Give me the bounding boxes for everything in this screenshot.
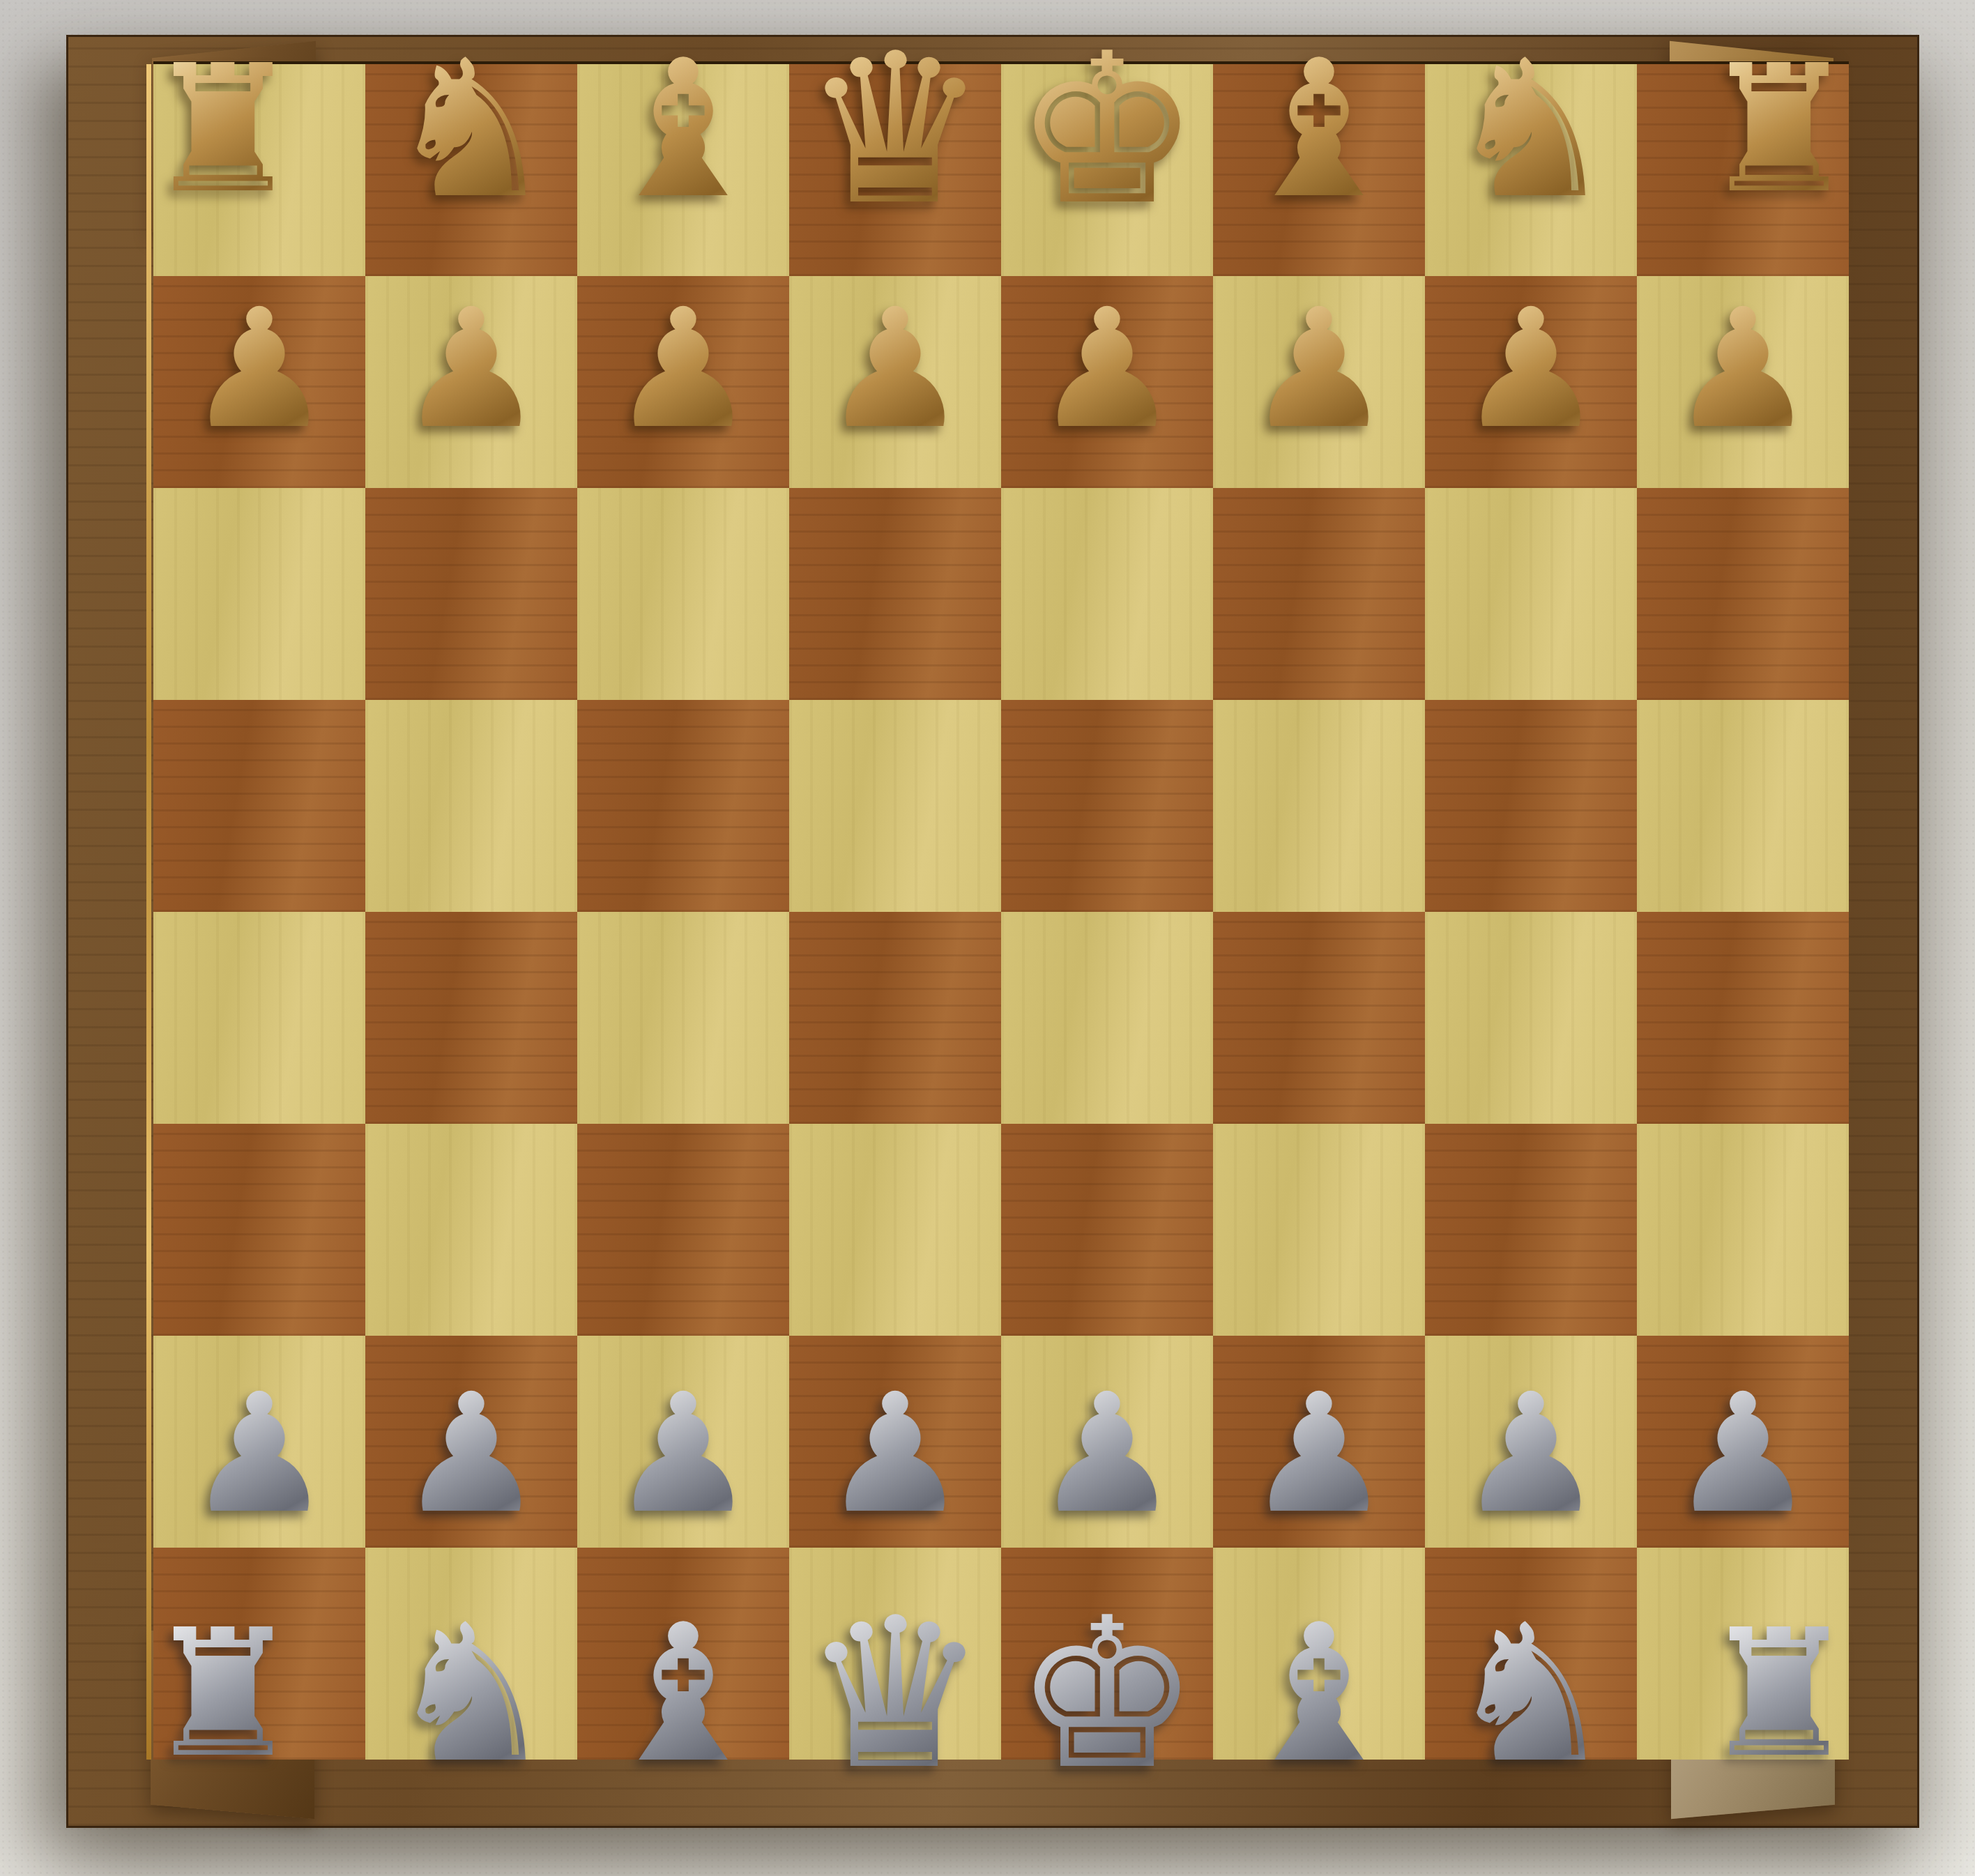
photo-scene: ♜♞♝♛♚♝♞♜♟♟♟♟♟♟♟♟♟♟♟♟♟♟♟♟♜♞♝♛♚♝♞♜ [0, 0, 1975, 1876]
square-b1[interactable]: ♞ [365, 1548, 577, 1760]
square-a6[interactable] [153, 488, 365, 700]
piece-silver-pawn-f2[interactable]: ♟ [1245, 1372, 1393, 1536]
square-c7[interactable]: ♟ [577, 276, 789, 488]
piece-gold-pawn-g7[interactable]: ♟ [1457, 287, 1605, 452]
piece-silver-pawn-b2[interactable]: ♟ [397, 1372, 545, 1536]
square-f2[interactable]: ♟ [1213, 1336, 1425, 1548]
square-h2[interactable]: ♟ [1637, 1336, 1849, 1548]
square-e2[interactable]: ♟ [1001, 1336, 1213, 1548]
square-e5[interactable] [1001, 700, 1213, 912]
square-g4[interactable] [1425, 912, 1637, 1124]
piece-gold-rook-a8[interactable]: ♜ [144, 42, 302, 218]
square-h5[interactable] [1637, 700, 1849, 912]
square-f7[interactable]: ♟ [1213, 276, 1425, 488]
square-a3[interactable] [153, 1124, 365, 1336]
square-a4[interactable] [153, 912, 365, 1124]
square-f3[interactable] [1213, 1124, 1425, 1336]
square-c3[interactable] [577, 1124, 789, 1336]
square-g3[interactable] [1425, 1124, 1637, 1336]
piece-gold-knight-g8[interactable]: ♞ [1446, 35, 1616, 224]
piece-gold-rook-h8[interactable]: ♜ [1700, 42, 1858, 218]
square-e3[interactable] [1001, 1124, 1213, 1336]
square-c4[interactable] [577, 912, 789, 1124]
piece-silver-king-e1[interactable]: ♚ [1014, 1590, 1200, 1798]
piece-silver-knight-g1[interactable]: ♞ [1446, 1599, 1616, 1789]
piece-silver-pawn-a2[interactable]: ♟ [185, 1372, 333, 1536]
piece-gold-pawn-d7[interactable]: ♟ [821, 287, 969, 452]
square-g8[interactable]: ♞ [1425, 64, 1637, 276]
piece-silver-bishop-f1[interactable]: ♝ [1234, 1599, 1404, 1789]
square-f8[interactable]: ♝ [1213, 64, 1425, 276]
square-e4[interactable] [1001, 912, 1213, 1124]
piece-gold-queen-d8[interactable]: ♛ [802, 26, 988, 234]
square-a1[interactable]: ♜ [153, 1548, 365, 1760]
square-f5[interactable] [1213, 700, 1425, 912]
square-d6[interactable] [789, 488, 1001, 700]
piece-gold-pawn-c7[interactable]: ♟ [609, 287, 757, 452]
square-e8[interactable]: ♚ [1001, 64, 1213, 276]
square-d4[interactable] [789, 912, 1001, 1124]
square-c6[interactable] [577, 488, 789, 700]
square-d2[interactable]: ♟ [789, 1336, 1001, 1548]
square-g7[interactable]: ♟ [1425, 276, 1637, 488]
piece-gold-pawn-e7[interactable]: ♟ [1033, 287, 1181, 452]
square-b3[interactable] [365, 1124, 577, 1336]
square-b2[interactable]: ♟ [365, 1336, 577, 1548]
square-a8[interactable]: ♜ [153, 64, 365, 276]
square-f6[interactable] [1213, 488, 1425, 700]
square-g5[interactable] [1425, 700, 1637, 912]
square-b8[interactable]: ♞ [365, 64, 577, 276]
square-d8[interactable]: ♛ [789, 64, 1001, 276]
square-b4[interactable] [365, 912, 577, 1124]
square-e7[interactable]: ♟ [1001, 276, 1213, 488]
square-e1[interactable]: ♚ [1001, 1548, 1213, 1760]
chess-board: ♜♞♝♛♚♝♞♜♟♟♟♟♟♟♟♟♟♟♟♟♟♟♟♟♜♞♝♛♚♝♞♜ [153, 61, 1849, 1760]
piece-gold-king-e8[interactable]: ♚ [1014, 26, 1200, 234]
piece-gold-pawn-h7[interactable]: ♟ [1669, 287, 1817, 452]
piece-gold-bishop-f8[interactable]: ♝ [1234, 35, 1404, 224]
square-a7[interactable]: ♟ [153, 276, 365, 488]
piece-gold-pawn-b7[interactable]: ♟ [397, 287, 545, 452]
square-g2[interactable]: ♟ [1425, 1336, 1637, 1548]
square-h3[interactable] [1637, 1124, 1849, 1336]
square-h4[interactable] [1637, 912, 1849, 1124]
square-b5[interactable] [365, 700, 577, 912]
square-h8[interactable]: ♜ [1637, 64, 1849, 276]
piece-silver-pawn-g2[interactable]: ♟ [1457, 1372, 1605, 1536]
piece-gold-bishop-c8[interactable]: ♝ [598, 35, 768, 224]
piece-silver-rook-h1[interactable]: ♜ [1700, 1606, 1858, 1782]
piece-silver-pawn-e2[interactable]: ♟ [1033, 1372, 1181, 1536]
square-d5[interactable] [789, 700, 1001, 912]
square-b7[interactable]: ♟ [365, 276, 577, 488]
piece-silver-bishop-c1[interactable]: ♝ [598, 1599, 768, 1789]
piece-silver-rook-a1[interactable]: ♜ [144, 1606, 302, 1782]
square-h1[interactable]: ♜ [1637, 1548, 1849, 1760]
square-g1[interactable]: ♞ [1425, 1548, 1637, 1760]
square-d3[interactable] [789, 1124, 1001, 1336]
square-c1[interactable]: ♝ [577, 1548, 789, 1760]
piece-silver-pawn-c2[interactable]: ♟ [609, 1372, 757, 1536]
square-c5[interactable] [577, 700, 789, 912]
square-f4[interactable] [1213, 912, 1425, 1124]
square-h7[interactable]: ♟ [1637, 276, 1849, 488]
square-d1[interactable]: ♛ [789, 1548, 1001, 1760]
square-c8[interactable]: ♝ [577, 64, 789, 276]
square-a5[interactable] [153, 700, 365, 912]
square-g6[interactable] [1425, 488, 1637, 700]
piece-gold-knight-b8[interactable]: ♞ [386, 35, 556, 224]
piece-silver-queen-d1[interactable]: ♛ [802, 1590, 988, 1798]
piece-gold-pawn-f7[interactable]: ♟ [1245, 287, 1393, 452]
piece-silver-knight-b1[interactable]: ♞ [386, 1599, 556, 1789]
square-b6[interactable] [365, 488, 577, 700]
square-f1[interactable]: ♝ [1213, 1548, 1425, 1760]
piece-silver-pawn-h2[interactable]: ♟ [1669, 1372, 1817, 1536]
square-e6[interactable] [1001, 488, 1213, 700]
piece-gold-pawn-a7[interactable]: ♟ [185, 287, 333, 452]
piece-silver-pawn-d2[interactable]: ♟ [821, 1372, 969, 1536]
square-h6[interactable] [1637, 488, 1849, 700]
square-c2[interactable]: ♟ [577, 1336, 789, 1548]
square-a2[interactable]: ♟ [153, 1336, 365, 1548]
square-d7[interactable]: ♟ [789, 276, 1001, 488]
